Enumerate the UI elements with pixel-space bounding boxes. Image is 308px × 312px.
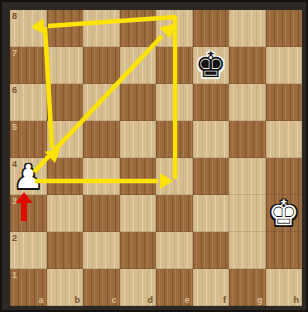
rank-label-1: 1 [12, 270, 17, 280]
square-e7[interactable] [156, 47, 193, 84]
square-h7[interactable] [266, 47, 303, 84]
rank-label-5: 5 [12, 122, 17, 132]
file-label-e: e [184, 295, 189, 305]
square-b5[interactable] [47, 121, 84, 158]
square-g3[interactable] [229, 195, 266, 232]
square-d8[interactable] [120, 10, 157, 47]
white-king[interactable]: ♚ [266, 195, 303, 232]
square-a8[interactable]: 8 [10, 10, 47, 47]
file-label-c: c [111, 295, 116, 305]
square-b8[interactable] [47, 10, 84, 47]
square-f3[interactable] [193, 195, 230, 232]
square-h6[interactable] [266, 84, 303, 121]
square-d3[interactable] [120, 195, 157, 232]
square-f1[interactable]: f [193, 269, 230, 306]
square-c2[interactable] [83, 232, 120, 269]
square-d5[interactable] [120, 121, 157, 158]
black-king[interactable]: ♚ [193, 47, 230, 84]
square-e2[interactable] [156, 232, 193, 269]
square-b2[interactable] [47, 232, 84, 269]
square-g8[interactable] [229, 10, 266, 47]
square-e3[interactable] [156, 195, 193, 232]
square-c6[interactable] [83, 84, 120, 121]
square-d6[interactable] [120, 84, 157, 121]
square-c8[interactable] [83, 10, 120, 47]
file-label-d: d [148, 295, 154, 305]
file-label-a: a [38, 295, 43, 305]
square-f5[interactable] [193, 121, 230, 158]
square-a6[interactable]: 6 [10, 84, 47, 121]
square-d7[interactable] [120, 47, 157, 84]
square-h4[interactable] [266, 158, 303, 195]
square-h1[interactable]: h [266, 269, 303, 306]
file-label-g: g [257, 295, 263, 305]
square-f2[interactable] [193, 232, 230, 269]
square-d4[interactable] [120, 158, 157, 195]
square-e5[interactable] [156, 121, 193, 158]
square-f4[interactable] [193, 158, 230, 195]
square-f7[interactable]: ♚ [193, 47, 230, 84]
square-h2[interactable] [266, 232, 303, 269]
square-c7[interactable] [83, 47, 120, 84]
square-g7[interactable] [229, 47, 266, 84]
square-b1[interactable]: b [47, 269, 84, 306]
square-b4[interactable] [47, 158, 84, 195]
square-d2[interactable] [120, 232, 157, 269]
square-a5[interactable]: 5 [10, 121, 47, 158]
square-c1[interactable]: c [83, 269, 120, 306]
square-c3[interactable] [83, 195, 120, 232]
square-a3[interactable]: 3 [10, 195, 47, 232]
square-g5[interactable] [229, 121, 266, 158]
square-b6[interactable] [47, 84, 84, 121]
square-g2[interactable] [229, 232, 266, 269]
square-a7[interactable]: 7 [10, 47, 47, 84]
rank-label-2: 2 [12, 233, 17, 243]
square-d1[interactable]: d [120, 269, 157, 306]
chess-lesson-screenshot: 87♚654♟3♚21abcdefgh [0, 0, 308, 312]
square-e1[interactable]: e [156, 269, 193, 306]
square-b7[interactable] [47, 47, 84, 84]
square-g1[interactable]: g [229, 269, 266, 306]
square-h5[interactable] [266, 121, 303, 158]
square-f8[interactable] [193, 10, 230, 47]
square-f6[interactable] [193, 84, 230, 121]
file-label-h: h [294, 295, 300, 305]
square-a2[interactable]: 2 [10, 232, 47, 269]
white-pawn[interactable]: ♟ [10, 158, 47, 195]
rank-label-7: 7 [12, 48, 17, 58]
file-label-b: b [75, 295, 81, 305]
square-h3[interactable]: ♚ [266, 195, 303, 232]
file-label-f: f [223, 295, 226, 305]
square-c4[interactable] [83, 158, 120, 195]
square-b3[interactable] [47, 195, 84, 232]
rank-label-3: 3 [12, 196, 17, 206]
chess-board: 87♚654♟3♚21abcdefgh [10, 10, 302, 306]
square-a1[interactable]: 1a [10, 269, 47, 306]
rank-label-8: 8 [12, 11, 17, 21]
square-g6[interactable] [229, 84, 266, 121]
square-g4[interactable] [229, 158, 266, 195]
square-h8[interactable] [266, 10, 303, 47]
square-e8[interactable] [156, 10, 193, 47]
rank-label-6: 6 [12, 85, 17, 95]
square-a4[interactable]: 4♟ [10, 158, 47, 195]
square-e6[interactable] [156, 84, 193, 121]
square-c5[interactable] [83, 121, 120, 158]
square-e4[interactable] [156, 158, 193, 195]
